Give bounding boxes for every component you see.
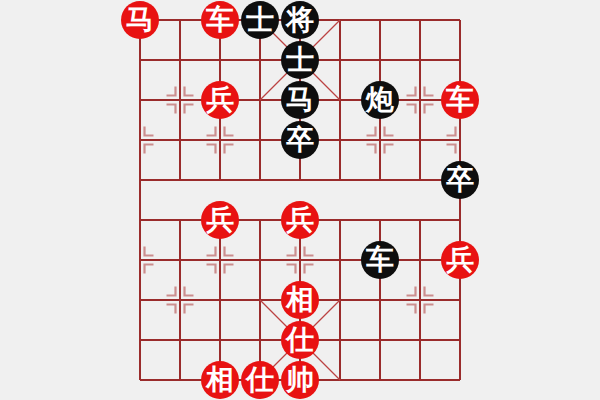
board-point: 相 xyxy=(200,360,240,400)
red-advisor[interactable]: 仕 xyxy=(241,361,279,399)
red-soldier[interactable]: 兵 xyxy=(281,201,319,239)
board-point: 车 xyxy=(440,80,480,120)
red-soldier[interactable]: 兵 xyxy=(201,201,239,239)
black-soldier[interactable]: 卒 xyxy=(441,161,479,199)
black-horse[interactable]: 马 xyxy=(281,81,319,119)
xiangqi-board[interactable]: 马车士将士兵马炮车卒卒兵兵车兵相仕相仕帅 xyxy=(120,0,480,400)
board-point: 马 xyxy=(120,0,160,40)
board-point: 马 xyxy=(280,80,320,120)
board-point: 车 xyxy=(200,0,240,40)
red-advisor[interactable]: 仕 xyxy=(281,321,319,359)
red-horse[interactable]: 马 xyxy=(121,1,159,39)
red-general[interactable]: 帅 xyxy=(281,361,319,399)
board-point: 卒 xyxy=(440,160,480,200)
red-chariot[interactable]: 车 xyxy=(201,1,239,39)
red-soldier[interactable]: 兵 xyxy=(441,241,479,279)
board-point: 兵 xyxy=(200,200,240,240)
red-soldier[interactable]: 兵 xyxy=(201,81,239,119)
xiangqi-screen: 马车士将士兵马炮车卒卒兵兵车兵相仕相仕帅 xyxy=(0,0,600,400)
red-chariot[interactable]: 车 xyxy=(441,81,479,119)
board-point: 兵 xyxy=(440,240,480,280)
board-point: 士 xyxy=(240,0,280,40)
board-point: 仕 xyxy=(280,320,320,360)
red-elephant[interactable]: 相 xyxy=(201,361,239,399)
black-cannon[interactable]: 炮 xyxy=(361,81,399,119)
board-point: 车 xyxy=(360,240,400,280)
board-point: 帅 xyxy=(280,360,320,400)
board-point: 士 xyxy=(280,40,320,80)
board-point: 炮 xyxy=(360,80,400,120)
board-point: 仕 xyxy=(240,360,280,400)
black-general[interactable]: 将 xyxy=(281,1,319,39)
black-chariot[interactable]: 车 xyxy=(361,241,399,279)
black-advisor[interactable]: 士 xyxy=(281,41,319,79)
black-advisor[interactable]: 士 xyxy=(241,1,279,39)
board-point: 兵 xyxy=(280,200,320,240)
board-point: 卒 xyxy=(280,120,320,160)
board-point: 将 xyxy=(280,0,320,40)
board-point: 相 xyxy=(280,280,320,320)
red-elephant[interactable]: 相 xyxy=(281,281,319,319)
board-point: 兵 xyxy=(200,80,240,120)
black-soldier[interactable]: 卒 xyxy=(281,121,319,159)
